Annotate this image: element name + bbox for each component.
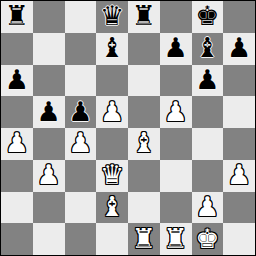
square-a8[interactable]: ♜ [1,1,33,33]
square-b6[interactable] [33,65,65,97]
square-a4[interactable]: ♟ [1,128,33,160]
square-g2[interactable]: ♟ [192,192,224,224]
black-pawn[interactable]: ♟ [37,98,61,125]
black-bishop[interactable]: ♝ [100,34,124,61]
white-king[interactable]: ♚ [195,225,219,252]
square-g1[interactable]: ♚ [192,223,224,255]
white-rook[interactable]: ♜ [132,225,156,252]
square-h8[interactable] [223,1,255,33]
square-h6[interactable] [223,65,255,97]
black-pawn[interactable]: ♟ [164,34,188,61]
square-c7[interactable] [65,33,97,65]
square-e2[interactable] [128,192,160,224]
square-b5[interactable]: ♟ [33,96,65,128]
black-pawn[interactable]: ♟ [68,98,92,125]
square-c4[interactable]: ♟ [65,128,97,160]
square-a5[interactable] [1,96,33,128]
square-h3[interactable]: ♟ [223,160,255,192]
square-h2[interactable] [223,192,255,224]
black-pawn[interactable]: ♟ [5,66,29,93]
square-d7[interactable]: ♝ [96,33,128,65]
square-b3[interactable]: ♟ [33,160,65,192]
square-d3[interactable]: ♛ [96,160,128,192]
square-d2[interactable]: ♝ [96,192,128,224]
white-pawn[interactable]: ♟ [195,193,219,220]
white-rook[interactable]: ♜ [164,225,188,252]
square-a3[interactable] [1,160,33,192]
square-c8[interactable] [65,1,97,33]
square-f5[interactable]: ♟ [160,96,192,128]
square-g8[interactable]: ♚ [192,1,224,33]
square-d8[interactable]: ♛ [96,1,128,33]
black-pawn[interactable]: ♟ [227,34,251,61]
square-g3[interactable] [192,160,224,192]
square-e4[interactable]: ♝ [128,128,160,160]
square-c3[interactable] [65,160,97,192]
square-d5[interactable]: ♟ [96,96,128,128]
square-e7[interactable] [128,33,160,65]
square-f4[interactable] [160,128,192,160]
square-e6[interactable] [128,65,160,97]
black-king[interactable]: ♚ [195,2,219,29]
square-a6[interactable]: ♟ [1,65,33,97]
square-a1[interactable] [1,223,33,255]
square-f6[interactable] [160,65,192,97]
square-b1[interactable] [33,223,65,255]
square-c6[interactable] [65,65,97,97]
white-bishop[interactable]: ♝ [100,193,124,220]
square-e1[interactable]: ♜ [128,223,160,255]
square-h4[interactable] [223,128,255,160]
black-pawn[interactable]: ♟ [195,66,219,93]
square-b2[interactable] [33,192,65,224]
white-pawn[interactable]: ♟ [227,161,251,188]
white-pawn[interactable]: ♟ [164,98,188,125]
white-pawn[interactable]: ♟ [5,129,29,156]
white-bishop[interactable]: ♝ [132,129,156,156]
square-f7[interactable]: ♟ [160,33,192,65]
square-g6[interactable]: ♟ [192,65,224,97]
square-g5[interactable] [192,96,224,128]
square-g7[interactable]: ♝ [192,33,224,65]
square-f8[interactable] [160,1,192,33]
square-a2[interactable] [1,192,33,224]
square-c2[interactable] [65,192,97,224]
chess-board: ♜♛♜♚♝♟♝♟♟♟♟♟♟♟♟♟♝♟♛♟♝♟♜♜♚ [0,0,256,256]
square-d1[interactable] [96,223,128,255]
square-d4[interactable] [96,128,128,160]
white-pawn[interactable]: ♟ [68,129,92,156]
square-e8[interactable]: ♜ [128,1,160,33]
black-bishop[interactable]: ♝ [195,34,219,61]
square-h1[interactable] [223,223,255,255]
white-pawn[interactable]: ♟ [100,98,124,125]
square-e3[interactable] [128,160,160,192]
black-rook[interactable]: ♜ [132,2,156,29]
black-queen[interactable]: ♛ [100,2,124,29]
black-rook[interactable]: ♜ [5,2,29,29]
square-c5[interactable]: ♟ [65,96,97,128]
square-d6[interactable] [96,65,128,97]
square-f1[interactable]: ♜ [160,223,192,255]
square-a7[interactable] [1,33,33,65]
square-g4[interactable] [192,128,224,160]
white-pawn[interactable]: ♟ [37,161,61,188]
square-f2[interactable] [160,192,192,224]
square-b4[interactable] [33,128,65,160]
square-c1[interactable] [65,223,97,255]
square-b7[interactable] [33,33,65,65]
square-h7[interactable]: ♟ [223,33,255,65]
white-queen[interactable]: ♛ [100,161,124,188]
square-h5[interactable] [223,96,255,128]
square-e5[interactable] [128,96,160,128]
square-f3[interactable] [160,160,192,192]
square-b8[interactable] [33,1,65,33]
